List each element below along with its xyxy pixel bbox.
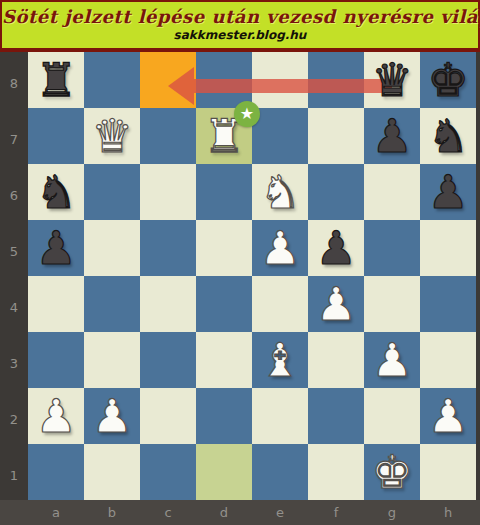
square-c1[interactable] — [140, 444, 196, 500]
square-d6[interactable] — [196, 164, 252, 220]
banner-site-link[interactable]: sakkmester.blog.hu — [2, 29, 478, 42]
star-icon: ★ — [240, 106, 254, 123]
square-d1[interactable] — [196, 444, 252, 500]
square-f7[interactable] — [308, 108, 364, 164]
piece-black-rook-a8[interactable]: ♜ — [28, 52, 84, 108]
square-b6[interactable] — [84, 164, 140, 220]
rank-label-6: 6 — [0, 164, 28, 220]
rank-label-5: 5 — [0, 220, 28, 276]
square-d2[interactable] — [196, 388, 252, 444]
piece-white-pawn-e5[interactable]: ♟ — [252, 220, 308, 276]
square-b1[interactable] — [84, 444, 140, 500]
square-b3[interactable] — [84, 332, 140, 388]
square-f5[interactable]: ♟ — [308, 220, 364, 276]
square-c6[interactable] — [140, 164, 196, 220]
piece-white-pawn-h2[interactable]: ♟ — [420, 388, 476, 444]
square-g1[interactable]: ♚ — [364, 444, 420, 500]
file-label-a: a — [28, 500, 84, 525]
piece-white-pawn-f4[interactable]: ♟ — [308, 276, 364, 332]
square-b5[interactable] — [84, 220, 140, 276]
square-g7[interactable]: ♟ — [364, 108, 420, 164]
file-label-c: c — [140, 500, 196, 525]
square-h3[interactable] — [420, 332, 476, 388]
file-label-b: b — [84, 500, 140, 525]
piece-black-pawn-h6[interactable]: ♟ — [420, 164, 476, 220]
piece-white-knight-e6[interactable]: ♞ — [252, 164, 308, 220]
file-labels: abcdefgh — [28, 500, 476, 525]
square-d8[interactable] — [196, 52, 252, 108]
square-d5[interactable] — [196, 220, 252, 276]
square-e2[interactable] — [252, 388, 308, 444]
square-c3[interactable] — [140, 332, 196, 388]
chess-puzzle-page: Sötét jelzett lépése után vezesd nyerésr… — [0, 0, 480, 525]
piece-white-pawn-b2[interactable]: ♟ — [84, 388, 140, 444]
rank-label-2: 2 — [0, 388, 28, 444]
square-g5[interactable] — [364, 220, 420, 276]
square-h1[interactable] — [420, 444, 476, 500]
square-a8[interactable]: ♜ — [28, 52, 84, 108]
square-h7[interactable]: ♞ — [420, 108, 476, 164]
square-c2[interactable] — [140, 388, 196, 444]
square-c5[interactable] — [140, 220, 196, 276]
square-h5[interactable] — [420, 220, 476, 276]
piece-black-pawn-g7[interactable]: ♟ — [364, 108, 420, 164]
square-a2[interactable]: ♟ — [28, 388, 84, 444]
square-f4[interactable]: ♟ — [308, 276, 364, 332]
best-move-star-badge: ★ — [234, 101, 260, 127]
square-g3[interactable]: ♟ — [364, 332, 420, 388]
piece-black-queen-g8[interactable]: ♛ — [364, 52, 420, 108]
banner-title: Sötét jelzett lépése után vezesd nyerésr… — [2, 4, 478, 29]
rank-label-1: 1 — [0, 444, 28, 500]
square-b2[interactable]: ♟ — [84, 388, 140, 444]
square-a6[interactable]: ♞ — [28, 164, 84, 220]
square-g8[interactable]: ♛ — [364, 52, 420, 108]
rank-label-7: 7 — [0, 108, 28, 164]
rank-label-8: 8 — [0, 52, 28, 108]
piece-black-king-h8[interactable]: ♚ — [420, 52, 476, 108]
square-a4[interactable] — [28, 276, 84, 332]
square-b7[interactable]: ♛ — [84, 108, 140, 164]
square-d4[interactable] — [196, 276, 252, 332]
square-g2[interactable] — [364, 388, 420, 444]
square-f2[interactable] — [308, 388, 364, 444]
piece-white-pawn-g3[interactable]: ♟ — [364, 332, 420, 388]
piece-black-pawn-f5[interactable]: ♟ — [308, 220, 364, 276]
piece-white-bishop-e3[interactable]: ♝ — [252, 332, 308, 388]
square-e1[interactable] — [252, 444, 308, 500]
square-f6[interactable] — [308, 164, 364, 220]
square-e7[interactable] — [252, 108, 308, 164]
square-a5[interactable]: ♟ — [28, 220, 84, 276]
piece-white-pawn-a2[interactable]: ♟ — [28, 388, 84, 444]
file-label-d: d — [196, 500, 252, 525]
rank-label-4: 4 — [0, 276, 28, 332]
square-e4[interactable] — [252, 276, 308, 332]
file-label-e: e — [252, 500, 308, 525]
piece-white-king-g1[interactable]: ♚ — [364, 444, 420, 500]
square-e5[interactable]: ♟ — [252, 220, 308, 276]
square-e3[interactable]: ♝ — [252, 332, 308, 388]
square-a1[interactable] — [28, 444, 84, 500]
piece-black-knight-h7[interactable]: ♞ — [420, 108, 476, 164]
square-f1[interactable] — [308, 444, 364, 500]
square-g6[interactable] — [364, 164, 420, 220]
square-c8[interactable] — [140, 52, 196, 108]
rank-labels: 87654321 — [0, 52, 28, 500]
square-a3[interactable] — [28, 332, 84, 388]
square-d3[interactable] — [196, 332, 252, 388]
piece-black-knight-a6[interactable]: ♞ — [28, 164, 84, 220]
square-b4[interactable] — [84, 276, 140, 332]
square-e6[interactable]: ♞ — [252, 164, 308, 220]
square-h6[interactable]: ♟ — [420, 164, 476, 220]
square-b8[interactable] — [84, 52, 140, 108]
square-h2[interactable]: ♟ — [420, 388, 476, 444]
puzzle-banner: Sötét jelzett lépése után vezesd nyerésr… — [0, 0, 480, 52]
square-h4[interactable] — [420, 276, 476, 332]
square-f3[interactable] — [308, 332, 364, 388]
square-g4[interactable] — [364, 276, 420, 332]
file-label-h: h — [420, 500, 476, 525]
piece-black-pawn-a5[interactable]: ♟ — [28, 220, 84, 276]
file-label-g: g — [364, 500, 420, 525]
rank-label-3: 3 — [0, 332, 28, 388]
square-c4[interactable] — [140, 276, 196, 332]
piece-white-queen-b7[interactable]: ♛ — [84, 108, 140, 164]
square-c7[interactable] — [140, 108, 196, 164]
square-e8[interactable] — [252, 52, 308, 108]
square-f8[interactable] — [308, 52, 364, 108]
square-h8[interactable]: ♚ — [420, 52, 476, 108]
square-a7[interactable] — [28, 108, 84, 164]
file-label-f: f — [308, 500, 364, 525]
